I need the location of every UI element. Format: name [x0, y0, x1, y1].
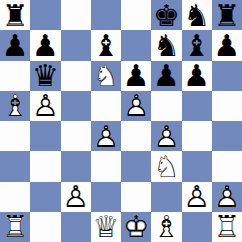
white-king[interactable]: ♚♔ [121, 212, 151, 242]
square-d2[interactable] [91, 182, 121, 212]
square-h1[interactable]: ♜♖ [212, 212, 242, 242]
square-e2[interactable] [121, 182, 151, 212]
square-g2[interactable]: ♟♙ [182, 182, 212, 212]
black-knight[interactable]: ♞ [151, 30, 181, 60]
black-knight-glyph: ♞ [151, 30, 181, 60]
white-rook[interactable]: ♜♖ [0, 212, 30, 242]
square-c6[interactable] [61, 61, 91, 91]
square-d5[interactable] [91, 91, 121, 121]
square-g5[interactable] [182, 91, 212, 121]
square-g8[interactable]: ♞ [182, 0, 212, 30]
black-king-glyph: ♚ [151, 0, 181, 30]
white-queen-outline: ♕ [91, 212, 121, 242]
square-f6[interactable]: ♟ [151, 61, 181, 91]
white-rook-outline: ♖ [0, 212, 30, 242]
square-c4[interactable] [61, 121, 91, 151]
white-pawn-outline: ♙ [121, 91, 151, 121]
square-c2[interactable]: ♟♙ [61, 182, 91, 212]
white-bishop[interactable]: ♝♗ [0, 91, 30, 121]
square-c8[interactable] [61, 0, 91, 30]
square-b4[interactable] [30, 121, 60, 151]
square-h6[interactable] [212, 61, 242, 91]
square-a7[interactable]: ♟ [0, 30, 30, 60]
black-pawn[interactable]: ♟ [182, 61, 212, 91]
square-h2[interactable]: ♟♙ [212, 182, 242, 212]
white-pawn-outline: ♙ [91, 121, 121, 151]
black-rook[interactable]: ♜ [0, 0, 30, 30]
black-pawn-glyph: ♟ [30, 30, 60, 60]
white-bishop-outline: ♗ [0, 91, 30, 121]
square-d1[interactable]: ♛♕ [91, 212, 121, 242]
square-h7[interactable]: ♟ [212, 30, 242, 60]
square-a6[interactable] [0, 61, 30, 91]
square-h3[interactable] [212, 151, 242, 181]
square-f5[interactable] [151, 91, 181, 121]
white-pawn-outline: ♙ [182, 182, 212, 212]
white-queen[interactable]: ♛♕ [91, 212, 121, 242]
square-a4[interactable] [0, 121, 30, 151]
white-pawn[interactable]: ♟♙ [121, 91, 151, 121]
square-h8[interactable]: ♜ [212, 0, 242, 30]
white-king-outline: ♔ [121, 212, 151, 242]
white-pawn[interactable]: ♟♙ [30, 91, 60, 121]
square-g7[interactable]: ♝ [182, 30, 212, 60]
square-h5[interactable] [212, 91, 242, 121]
black-pawn-glyph: ♟ [151, 61, 181, 91]
square-d4[interactable]: ♟♙ [91, 121, 121, 151]
black-queen-glyph: ♛ [30, 61, 60, 91]
white-bishop-outline: ♗ [151, 212, 181, 242]
black-knight[interactable]: ♞ [182, 0, 212, 30]
black-rook-glyph: ♜ [212, 0, 242, 30]
square-b6[interactable]: ♛ [30, 61, 60, 91]
black-pawn[interactable]: ♟ [151, 61, 181, 91]
white-knight-outline: ♘ [91, 61, 121, 91]
black-rook[interactable]: ♜ [212, 0, 242, 30]
black-king[interactable]: ♚ [151, 0, 181, 30]
white-pawn-outline: ♙ [61, 182, 91, 212]
white-pawn-outline: ♙ [30, 91, 60, 121]
square-d6[interactable]: ♞♘ [91, 61, 121, 91]
square-c5[interactable] [61, 91, 91, 121]
white-knight-outline: ♘ [151, 151, 181, 181]
chess-board: ♜♚♞♜♟♟♝♞♝♟♛♞♘♟♟♟♝♗♟♙♟♙♟♙♟♙♞♘♟♙♟♙♟♙♜♖♛♕♚♔… [0, 0, 242, 242]
square-e6[interactable]: ♟ [121, 61, 151, 91]
white-knight[interactable]: ♞♘ [91, 61, 121, 91]
black-queen[interactable]: ♛ [30, 61, 60, 91]
square-e5[interactable]: ♟♙ [121, 91, 151, 121]
white-knight[interactable]: ♞♘ [151, 151, 181, 181]
square-e3[interactable] [121, 151, 151, 181]
square-f1[interactable]: ♝♗ [151, 212, 181, 242]
black-pawn[interactable]: ♟ [30, 30, 60, 60]
black-bishop-glyph: ♝ [182, 30, 212, 60]
square-a2[interactable] [0, 182, 30, 212]
square-b5[interactable]: ♟♙ [30, 91, 60, 121]
white-pawn[interactable]: ♟♙ [212, 182, 242, 212]
black-pawn-glyph: ♟ [182, 61, 212, 91]
square-f4[interactable]: ♟♙ [151, 121, 181, 151]
square-f2[interactable] [151, 182, 181, 212]
square-a8[interactable]: ♜ [0, 0, 30, 30]
square-a3[interactable] [0, 151, 30, 181]
square-e8[interactable] [121, 0, 151, 30]
square-d8[interactable] [91, 0, 121, 30]
square-h4[interactable] [212, 121, 242, 151]
white-bishop[interactable]: ♝♗ [151, 212, 181, 242]
black-bishop[interactable]: ♝ [182, 30, 212, 60]
black-pawn-glyph: ♟ [212, 30, 242, 60]
white-pawn-outline: ♙ [151, 121, 181, 151]
square-b8[interactable] [30, 0, 60, 30]
square-d3[interactable] [91, 151, 121, 181]
black-pawn[interactable]: ♟ [121, 61, 151, 91]
black-bishop-glyph: ♝ [91, 30, 121, 60]
square-f7[interactable]: ♞ [151, 30, 181, 60]
square-d7[interactable]: ♝ [91, 30, 121, 60]
black-knight-glyph: ♞ [182, 0, 212, 30]
square-f3[interactable]: ♞♘ [151, 151, 181, 181]
square-c7[interactable] [61, 30, 91, 60]
white-pawn-outline: ♙ [212, 182, 242, 212]
white-pawn[interactable]: ♟♙ [61, 182, 91, 212]
square-e1[interactable]: ♚♔ [121, 212, 151, 242]
square-b3[interactable] [30, 151, 60, 181]
black-bishop[interactable]: ♝ [91, 30, 121, 60]
square-b1[interactable] [30, 212, 60, 242]
white-pawn[interactable]: ♟♙ [91, 121, 121, 151]
black-rook-glyph: ♜ [0, 0, 30, 30]
square-g1[interactable] [182, 212, 212, 242]
square-g4[interactable] [182, 121, 212, 151]
square-b7[interactable]: ♟ [30, 30, 60, 60]
black-pawn-glyph: ♟ [121, 61, 151, 91]
square-g3[interactable] [182, 151, 212, 181]
square-g6[interactable]: ♟ [182, 61, 212, 91]
white-rook-outline: ♖ [212, 212, 242, 242]
black-pawn-glyph: ♟ [0, 30, 30, 60]
square-c3[interactable] [61, 151, 91, 181]
white-rook[interactable]: ♜♖ [212, 212, 242, 242]
square-f8[interactable]: ♚ [151, 0, 181, 30]
square-c1[interactable] [61, 212, 91, 242]
black-pawn[interactable]: ♟ [0, 30, 30, 60]
square-b2[interactable] [30, 182, 60, 212]
square-e7[interactable] [121, 30, 151, 60]
black-pawn[interactable]: ♟ [212, 30, 242, 60]
square-a5[interactable]: ♝♗ [0, 91, 30, 121]
white-pawn[interactable]: ♟♙ [182, 182, 212, 212]
square-e4[interactable] [121, 121, 151, 151]
square-a1[interactable]: ♜♖ [0, 212, 30, 242]
white-pawn[interactable]: ♟♙ [151, 121, 181, 151]
